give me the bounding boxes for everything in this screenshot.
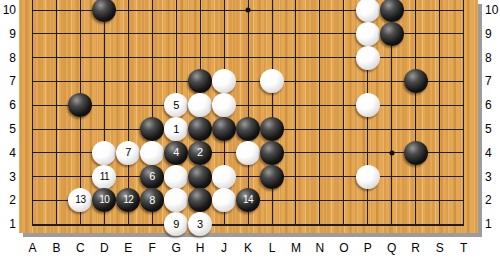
white-stone-G6[interactable]: 5: [164, 93, 188, 117]
white-stone-P9[interactable]: [356, 22, 380, 46]
grid-hline-6: [32, 105, 464, 106]
black-stone-K2[interactable]: 14: [236, 188, 260, 212]
row-label-right-4: 4: [485, 146, 500, 160]
row-label-right-5: 5: [485, 122, 500, 136]
white-stone-H1[interactable]: 3: [188, 212, 212, 236]
move-number: 2: [197, 147, 203, 158]
black-stone-F3[interactable]: 6: [140, 165, 164, 189]
black-stone-E2[interactable]: 12: [116, 188, 140, 212]
col-label-A: A: [25, 241, 41, 255]
white-stone-C2[interactable]: 13: [68, 188, 92, 212]
col-label-S: S: [432, 241, 448, 255]
row-label-right-10: 10: [485, 3, 500, 17]
move-number: 13: [75, 195, 85, 205]
col-label-T: T: [456, 241, 472, 255]
white-stone-D3[interactable]: 11: [92, 165, 116, 189]
move-number: 5: [173, 100, 179, 111]
white-stone-D4[interactable]: [92, 141, 116, 165]
black-stone-H3[interactable]: [188, 165, 212, 189]
col-label-B: B: [48, 241, 64, 255]
row-label-left-10: 10: [2, 3, 16, 17]
col-label-R: R: [408, 241, 424, 255]
col-label-F: F: [144, 241, 160, 255]
col-label-E: E: [120, 241, 136, 255]
star-point-Q4: [389, 150, 394, 155]
move-number: 6: [149, 171, 155, 182]
col-label-M: M: [288, 241, 304, 255]
row-label-right-2: 2: [485, 193, 500, 207]
white-stone-J2[interactable]: [212, 188, 236, 212]
black-stone-H7[interactable]: [188, 69, 212, 93]
col-label-H: H: [192, 241, 208, 255]
white-stone-G1[interactable]: 9: [164, 212, 188, 236]
col-label-J: J: [216, 241, 232, 255]
white-stone-F4[interactable]: [140, 141, 164, 165]
grid-hline-8: [32, 57, 464, 58]
row-label-left-6: 6: [2, 98, 16, 112]
move-number: 11: [100, 172, 109, 182]
row-label-left-2: 2: [2, 193, 16, 207]
col-label-O: O: [336, 241, 352, 255]
white-stone-E4[interactable]: 7: [116, 141, 140, 165]
row-label-left-8: 8: [2, 51, 16, 65]
white-stone-J3[interactable]: [212, 165, 236, 189]
white-stone-G3[interactable]: [164, 165, 188, 189]
white-stone-P6[interactable]: [356, 93, 380, 117]
white-stone-K4[interactable]: [236, 141, 260, 165]
black-stone-F2[interactable]: 8: [140, 188, 164, 212]
move-number: 7: [125, 147, 131, 158]
col-label-D: D: [96, 241, 112, 255]
black-stone-K5[interactable]: [236, 117, 260, 141]
black-stone-R7[interactable]: [404, 69, 428, 93]
white-stone-L7[interactable]: [260, 69, 284, 93]
move-number: 14: [243, 195, 253, 205]
white-stone-J7[interactable]: [212, 69, 236, 93]
black-stone-C6[interactable]: [68, 93, 92, 117]
black-stone-R4[interactable]: [404, 141, 428, 165]
grid-hline-1: [32, 224, 464, 226]
black-stone-F5[interactable]: [140, 117, 164, 141]
row-label-left-1: 1: [2, 217, 16, 231]
black-stone-J5[interactable]: [212, 117, 236, 141]
black-stone-G4[interactable]: 4: [164, 141, 188, 165]
grid-hline-7: [32, 81, 464, 82]
row-label-left-3: 3: [2, 170, 16, 184]
black-stone-L3[interactable]: [260, 165, 284, 189]
move-number: 3: [197, 219, 203, 230]
white-stone-P8[interactable]: [356, 46, 380, 70]
row-label-right-7: 7: [485, 74, 500, 88]
move-number: 8: [149, 195, 155, 206]
col-label-N: N: [312, 241, 328, 255]
move-number: 10: [99, 195, 109, 205]
black-stone-H2[interactable]: [188, 188, 212, 212]
move-number: 12: [123, 195, 133, 205]
row-label-right-3: 3: [485, 170, 500, 184]
white-stone-J6[interactable]: [212, 93, 236, 117]
black-stone-H4[interactable]: 2: [188, 141, 212, 165]
row-label-right-8: 8: [485, 51, 500, 65]
black-stone-L4[interactable]: [260, 141, 284, 165]
col-label-Q: Q: [384, 241, 400, 255]
black-stone-H5[interactable]: [188, 117, 212, 141]
row-label-left-4: 4: [2, 146, 16, 160]
row-label-right-6: 6: [485, 98, 500, 112]
move-number: 9: [173, 219, 179, 230]
row-label-left-5: 5: [2, 122, 16, 136]
black-stone-D2[interactable]: 10: [92, 188, 116, 212]
col-label-K: K: [240, 241, 256, 255]
white-stone-H6[interactable]: [188, 93, 212, 117]
white-stone-P3[interactable]: [356, 165, 380, 189]
black-stone-Q9[interactable]: [380, 22, 404, 46]
row-label-left-9: 9: [2, 27, 16, 41]
col-label-P: P: [360, 241, 376, 255]
black-stone-L5[interactable]: [260, 117, 284, 141]
col-label-L: L: [264, 241, 280, 255]
row-label-left-7: 7: [2, 74, 16, 88]
move-number: 1: [173, 124, 179, 135]
star-point-K10: [246, 8, 251, 13]
col-label-G: G: [168, 241, 184, 255]
row-label-right-1: 1: [485, 217, 500, 231]
white-stone-G5[interactable]: 1: [164, 117, 188, 141]
move-number: 4: [173, 147, 179, 158]
row-label-right-9: 9: [485, 27, 500, 41]
col-label-C: C: [72, 241, 88, 255]
go-board-screenshot: 5174211613101281493 10109988776655443322…: [0, 0, 500, 260]
white-stone-G2[interactable]: [164, 188, 188, 212]
